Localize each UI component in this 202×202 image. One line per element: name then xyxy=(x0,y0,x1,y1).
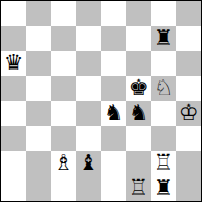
square-f1[interactable]: ♖ xyxy=(126,176,151,201)
square-b1[interactable] xyxy=(26,176,51,201)
white-king-piece: ♔ xyxy=(179,101,199,125)
square-g1[interactable]: ♜ xyxy=(151,176,176,201)
black-rook-piece: ♜ xyxy=(154,26,174,50)
square-d3[interactable] xyxy=(76,126,101,151)
square-c4[interactable] xyxy=(51,101,76,126)
square-e6[interactable] xyxy=(101,51,126,76)
square-d2[interactable]: ♝ xyxy=(76,151,101,176)
square-c1[interactable] xyxy=(51,176,76,201)
white-rook-piece: ♖ xyxy=(154,151,174,175)
square-f7[interactable] xyxy=(126,26,151,51)
square-e2[interactable] xyxy=(101,151,126,176)
square-c7[interactable] xyxy=(51,26,76,51)
black-knight-piece: ♞ xyxy=(104,101,124,125)
square-g5[interactable]: ♘ xyxy=(151,76,176,101)
square-f2[interactable] xyxy=(126,151,151,176)
square-b3[interactable] xyxy=(26,126,51,151)
square-d4[interactable] xyxy=(76,101,101,126)
square-f8[interactable] xyxy=(126,1,151,26)
black-king-piece: ♚ xyxy=(129,76,149,100)
square-a3[interactable] xyxy=(1,126,26,151)
square-b5[interactable] xyxy=(26,76,51,101)
square-b6[interactable] xyxy=(26,51,51,76)
square-f6[interactable] xyxy=(126,51,151,76)
square-c3[interactable] xyxy=(51,126,76,151)
square-h3[interactable] xyxy=(176,126,201,151)
square-e7[interactable] xyxy=(101,26,126,51)
square-a4[interactable] xyxy=(1,101,26,126)
square-h4[interactable]: ♔ xyxy=(176,101,201,126)
square-f4[interactable]: ♞ xyxy=(126,101,151,126)
square-h7[interactable] xyxy=(176,26,201,51)
white-bishop-piece: ♗ xyxy=(54,151,74,175)
square-c2[interactable]: ♗ xyxy=(51,151,76,176)
square-c5[interactable] xyxy=(51,76,76,101)
square-a8[interactable] xyxy=(1,1,26,26)
square-e3[interactable] xyxy=(101,126,126,151)
square-a2[interactable] xyxy=(1,151,26,176)
square-f5[interactable]: ♚ xyxy=(126,76,151,101)
square-a5[interactable] xyxy=(1,76,26,101)
square-g2[interactable]: ♖ xyxy=(151,151,176,176)
black-bishop-piece: ♝ xyxy=(79,151,99,175)
square-h5[interactable] xyxy=(176,76,201,101)
square-a6[interactable]: ♛ xyxy=(1,51,26,76)
square-h1[interactable] xyxy=(176,176,201,201)
square-c6[interactable] xyxy=(51,51,76,76)
square-b7[interactable] xyxy=(26,26,51,51)
chess-board: ♜♛♚♘♞♞♔♗♝♖♖♜ xyxy=(0,0,202,202)
square-g7[interactable]: ♜ xyxy=(151,26,176,51)
square-f3[interactable] xyxy=(126,126,151,151)
square-b2[interactable] xyxy=(26,151,51,176)
square-b4[interactable] xyxy=(26,101,51,126)
square-c8[interactable] xyxy=(51,1,76,26)
black-rook-piece: ♜ xyxy=(154,176,174,200)
square-h2[interactable] xyxy=(176,151,201,176)
square-d8[interactable] xyxy=(76,1,101,26)
square-g6[interactable] xyxy=(151,51,176,76)
square-e1[interactable] xyxy=(101,176,126,201)
square-d7[interactable] xyxy=(76,26,101,51)
square-d5[interactable] xyxy=(76,76,101,101)
square-e5[interactable] xyxy=(101,76,126,101)
square-g8[interactable] xyxy=(151,1,176,26)
square-a7[interactable] xyxy=(1,26,26,51)
square-g3[interactable] xyxy=(151,126,176,151)
square-h6[interactable] xyxy=(176,51,201,76)
square-g4[interactable] xyxy=(151,101,176,126)
black-queen-piece: ♛ xyxy=(4,51,24,75)
square-h8[interactable] xyxy=(176,1,201,26)
square-e8[interactable] xyxy=(101,1,126,26)
square-a1[interactable] xyxy=(1,176,26,201)
square-d6[interactable] xyxy=(76,51,101,76)
white-knight-piece: ♘ xyxy=(154,76,174,100)
black-knight-piece: ♞ xyxy=(129,101,149,125)
square-e4[interactable]: ♞ xyxy=(101,101,126,126)
square-d1[interactable] xyxy=(76,176,101,201)
square-b8[interactable] xyxy=(26,1,51,26)
white-rook-piece: ♖ xyxy=(129,176,149,200)
